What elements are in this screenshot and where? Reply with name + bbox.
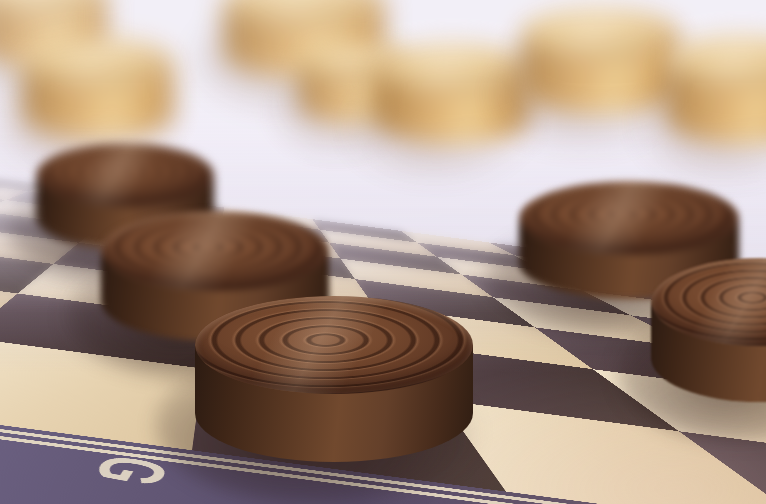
piece-top-rings [36, 143, 214, 207]
piece-top-rings [22, 38, 174, 88]
pieces-layer [0, 0, 766, 504]
checker-piece-light-7[interactable] [666, 36, 766, 170]
piece-top-rings [519, 181, 739, 255]
checker-piece-dark-5[interactable] [195, 296, 473, 504]
photo-stage: G [0, 0, 766, 504]
checker-piece-dark-4[interactable] [651, 258, 766, 446]
piece-top-rings [101, 211, 329, 291]
piece-top-rings [520, 8, 680, 60]
piece-top-rings [195, 296, 473, 394]
